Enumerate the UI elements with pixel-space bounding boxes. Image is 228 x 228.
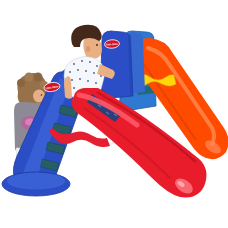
front-slide-handrails: little tikes	[100, 31, 145, 99]
hair-curl	[25, 73, 34, 82]
product-photo: little tikes little tikes	[0, 0, 228, 228]
hair-curl	[34, 73, 43, 82]
boy-standing-ear	[86, 46, 90, 52]
slides-illustration: little tikes little tikes	[0, 0, 228, 228]
boy-standing-eye	[96, 44, 98, 46]
boy-climbing-eye	[41, 94, 43, 96]
ladder-base-top	[7, 173, 65, 190]
hair-curl	[17, 79, 25, 87]
